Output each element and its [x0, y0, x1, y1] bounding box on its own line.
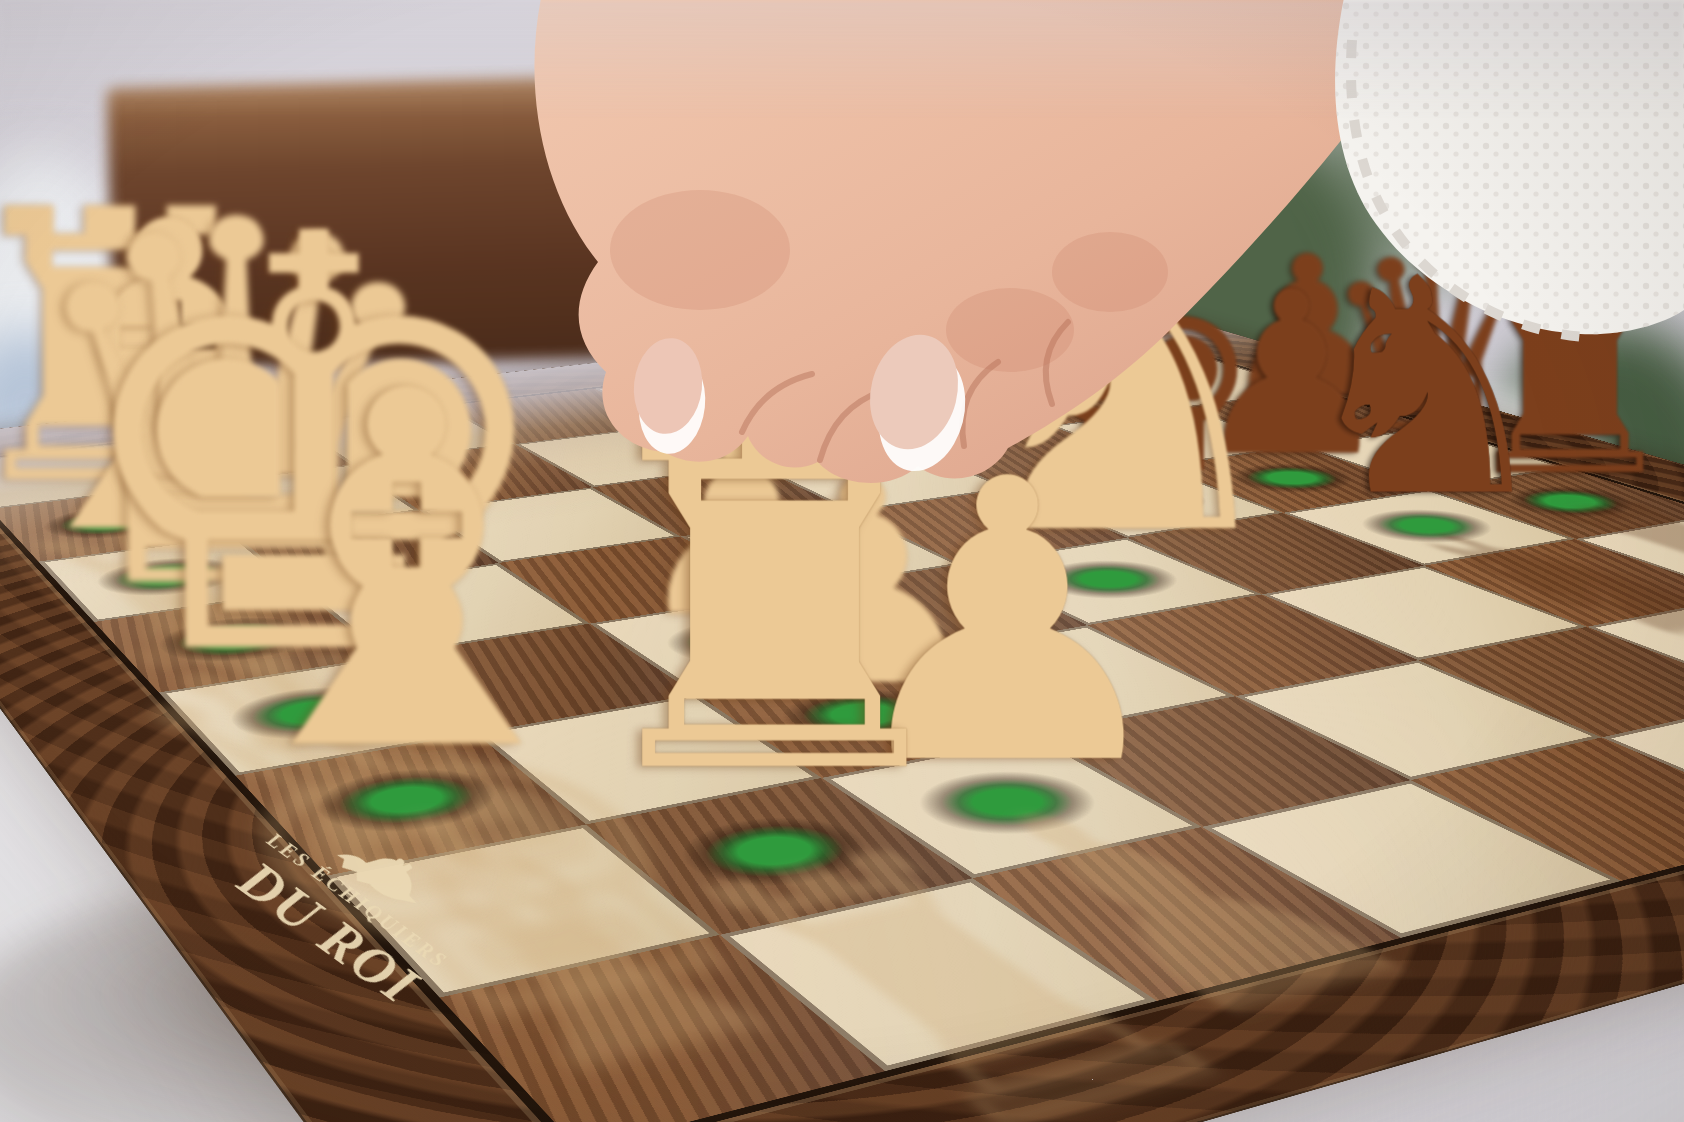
felt-base — [1350, 439, 1513, 476]
board-grid — [0, 329, 1684, 1122]
logo-line2: DU ROI — [190, 823, 470, 1040]
piece-white-pawn-c3[interactable]: ♟ — [696, 658, 1037, 778]
felt-base — [33, 500, 190, 545]
square-b8[interactable] — [124, 424, 351, 486]
felt-base — [1483, 481, 1658, 523]
piece-white-rook-b2[interactable]: ♜♜ — [586, 778, 973, 935]
white-knight-glyph: ♞ — [909, 170, 1307, 579]
tablecloth-right — [1177, 902, 1684, 1122]
square-a3[interactable] — [235, 733, 586, 875]
piece-white-king-a4[interactable]: ♚♚ — [159, 657, 476, 776]
felt-base — [645, 612, 839, 672]
black-pawn-glyph: ♟ — [1191, 270, 1394, 478]
white-pawn-glyph: ♟ — [736, 453, 991, 714]
square-h8[interactable] — [994, 329, 1209, 374]
square-a6[interactable] — [38, 535, 303, 622]
square-e5[interactable] — [851, 488, 1128, 564]
square-h4[interactable] — [1429, 468, 1684, 539]
square-b7[interactable] — [176, 464, 420, 535]
square-f3[interactable] — [1262, 566, 1587, 660]
depth-blur-top — [0, 0, 1684, 120]
piece-reflection: ♛ — [56, 612, 714, 942]
index-nail — [858, 325, 977, 480]
piece-black-pawn-h6[interactable]: ♟ — [1186, 390, 1432, 446]
background-window-sill — [1080, 395, 1600, 535]
lace-sleeve — [1335, 0, 1684, 338]
hand-silhouette — [534, 0, 1440, 483]
square-d6[interactable] — [592, 466, 850, 537]
square-g5[interactable] — [1159, 446, 1428, 513]
square-a8[interactable] — [0, 443, 176, 509]
plant-leaves-icon — [1324, 40, 1544, 280]
depth-of-field-haze — [0, 303, 1684, 1122]
piece-white-bishop-a3[interactable]: ♝♝ — [235, 733, 586, 875]
piece-white-pawn-c4[interactable]: ♟ — [590, 593, 900, 694]
square-f5[interactable] — [1010, 467, 1283, 538]
logo-line1: LES ÉCHIQUIERS — [228, 804, 487, 998]
thumb-nail — [629, 335, 710, 457]
square-f1[interactable] — [1602, 698, 1684, 829]
black-rook-glyph: ♜ — [1454, 262, 1684, 501]
felt-base — [84, 551, 254, 602]
square-e3[interactable] — [1087, 594, 1418, 696]
felt-base — [144, 610, 328, 670]
black-knight-glyph: ♞ — [1293, 251, 1561, 526]
square-a7[interactable] — [0, 486, 235, 561]
square-c4[interactable] — [590, 593, 900, 694]
square-d2[interactable] — [1037, 696, 1410, 827]
square-e8[interactable] — [594, 372, 816, 424]
white-bishop-glyph: ♝ — [187, 349, 626, 799]
felt-base — [1060, 480, 1229, 522]
piece-black-knight-g4[interactable]: ♞♞ — [1283, 490, 1575, 566]
plant-leaves-icon — [1084, 110, 1384, 470]
square-b4[interactable] — [383, 624, 696, 734]
black-queen-glyph: ♛ — [1321, 230, 1541, 456]
square-d1[interactable] — [1202, 780, 1621, 938]
felt-base — [214, 679, 416, 749]
tablecloth-left — [0, 622, 630, 1122]
gloss-sheen — [0, 329, 1684, 1122]
square-e6[interactable] — [754, 445, 1009, 512]
felt-base — [655, 806, 897, 899]
square-c6[interactable] — [420, 487, 681, 563]
felt-base — [891, 761, 1127, 845]
piece-reflection: ♜ — [622, 819, 1336, 1122]
square-a5[interactable] — [94, 591, 383, 692]
square-h7[interactable] — [1085, 358, 1315, 408]
white-king-glyph: ♚ — [57, 186, 570, 713]
square-a2[interactable] — [327, 824, 719, 997]
white-bishop-glyph: ♝ — [0, 185, 359, 576]
square-b2[interactable] — [586, 778, 973, 935]
square-d5[interactable] — [681, 512, 961, 593]
white-pawn-glyph: ♟ — [631, 415, 851, 641]
square-c1[interactable] — [973, 827, 1401, 1001]
white-pawn-glyph: ♟ — [833, 445, 1181, 802]
background-haze-left — [0, 430, 240, 660]
square-b3[interactable] — [476, 694, 822, 824]
square-g7[interactable] — [954, 373, 1186, 426]
square-f8[interactable] — [734, 357, 953, 407]
scene-3d: ♜♜♝♝♛♛♚♚♝♝♟♟♟♟♜♜♞♞♞♜♜♚♟♛♟ — [0, 0, 1684, 1122]
felt-base — [1210, 459, 1376, 498]
square-d7[interactable] — [515, 425, 755, 487]
square-g8[interactable] — [867, 342, 1084, 389]
square-h5[interactable] — [1300, 427, 1566, 490]
square-b1[interactable] — [720, 878, 1157, 1071]
vignette — [0, 0, 1684, 1122]
square-c8[interactable] — [290, 406, 515, 465]
square-d8[interactable] — [446, 389, 669, 444]
square-f2[interactable] — [1418, 627, 1684, 738]
piece-white-rook-a7[interactable]: ♜♜ — [0, 486, 235, 561]
white-queen-glyph: ♛ — [10, 177, 461, 639]
felt-base — [1232, 401, 1383, 434]
square-e1[interactable] — [1411, 737, 1684, 881]
black-king-glyph: ♚ — [1025, 256, 1263, 501]
board-shadow — [0, 860, 860, 1122]
piece-white-bishop-a6[interactable]: ♝♝ — [38, 535, 303, 622]
black-pawn-glyph: ♟ — [1221, 238, 1395, 417]
square-b5[interactable] — [304, 563, 590, 657]
piece-reflection: ♜ — [1498, 489, 1684, 613]
piece-reflection: ♝ — [237, 768, 911, 1122]
background-white-object — [0, 150, 150, 610]
felt-base — [1016, 554, 1202, 606]
square-d4[interactable] — [782, 564, 1088, 658]
felt-base — [1338, 504, 1517, 549]
horse-and-rider-icon — [325, 824, 441, 921]
square-h6[interactable] — [1186, 390, 1432, 446]
square-a4[interactable] — [159, 657, 476, 776]
piece-black-king-f5[interactable]: ♚ — [1010, 467, 1283, 538]
piece-reflection: ♚ — [112, 679, 902, 1106]
piece-reflection: ♞ — [1341, 511, 1684, 662]
white-rook-glyph: ♜ — [0, 177, 279, 522]
background-blue-object — [0, 330, 90, 480]
finger-creases — [742, 322, 1068, 460]
square-f4[interactable] — [1127, 513, 1424, 595]
felt-base — [297, 759, 519, 843]
brand-logo: LES ÉCHIQUIERS DU ROI — [190, 766, 521, 1040]
piece-white-pawn-c2[interactable]: ♟♟ — [822, 735, 1202, 878]
piece-black-pawn-g5[interactable]: ♟ — [1159, 446, 1428, 513]
piece-reflection: ♜ — [0, 504, 424, 701]
wooden-storage-box — [107, 68, 944, 370]
square-e4[interactable] — [961, 538, 1262, 625]
square-c7[interactable] — [351, 444, 593, 510]
chess-board: ♜♜♝♝♛♛♚♚♝♝♟♟♟♟♜♜♞♞♞♜♜♚♟♛♟ — [0, 303, 1684, 1122]
square-e7[interactable] — [670, 407, 907, 466]
square-a1[interactable] — [440, 935, 885, 1122]
square-f6[interactable] — [907, 426, 1160, 489]
square-c2[interactable] — [822, 735, 1202, 878]
piece-black-queen-h5[interactable]: ♛ — [1300, 427, 1566, 490]
square-e2[interactable] — [1236, 660, 1602, 780]
hand-overlay — [0, 0, 1684, 1122]
square-h3[interactable] — [1575, 514, 1684, 596]
square-g6[interactable] — [1051, 408, 1301, 467]
square-g2[interactable] — [1587, 596, 1684, 698]
square-c5[interactable] — [499, 536, 782, 623]
square-d3[interactable] — [899, 625, 1235, 735]
square-g3[interactable] — [1424, 539, 1684, 627]
piece-reflection: ♟ — [886, 776, 1495, 1058]
piece-black-rook-h4[interactable]: ♜♜ — [1429, 468, 1684, 539]
white-rook-glyph: ♜ — [564, 388, 985, 820]
knuckle-shading — [610, 190, 1168, 372]
square-c3[interactable] — [696, 658, 1037, 778]
photo-stage: ♜♜♝♝♛♛♚♚♝♝♟♟♟♟♜♜♞♞♞♜♜♚♟♛♟ LES ÉCHIQUIERS… — [0, 0, 1684, 1122]
square-g4[interactable] — [1283, 490, 1575, 566]
square-f7[interactable] — [816, 390, 1051, 446]
piece-white-queen-a5[interactable]: ♛♛ — [94, 591, 383, 692]
plant-leaves-icon — [1484, 320, 1684, 650]
piece-white-knight-e4[interactable]: ♞ — [961, 538, 1262, 625]
square-b6[interactable] — [235, 510, 498, 591]
felt-base — [758, 680, 971, 751]
piece-reflection: ♝ — [16, 555, 545, 802]
